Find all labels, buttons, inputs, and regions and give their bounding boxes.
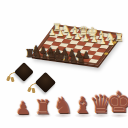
display-piece-pawn: ♟	[15, 100, 32, 117]
cord-tassel	[32, 88, 36, 93]
board-square	[88, 59, 98, 64]
display-piece-rook: ♜	[34, 98, 53, 117]
clasp-icon	[62, 59, 69, 61]
display-piece-knight: ♞	[52, 95, 74, 117]
display-piece-king: ♚	[105, 89, 128, 117]
chess-board	[31, 24, 122, 66]
chess-set-product-photo: ♜♞♝♛♚♝♞♜♟♟♟♟♟♟♟♟♟♟♟♟♟♟♟♟♜♞♝♛♚♝♞♜ ♟♜♞♝♛♚	[0, 0, 128, 128]
hinge-icon	[112, 41, 117, 43]
hinge-icon	[104, 52, 109, 54]
